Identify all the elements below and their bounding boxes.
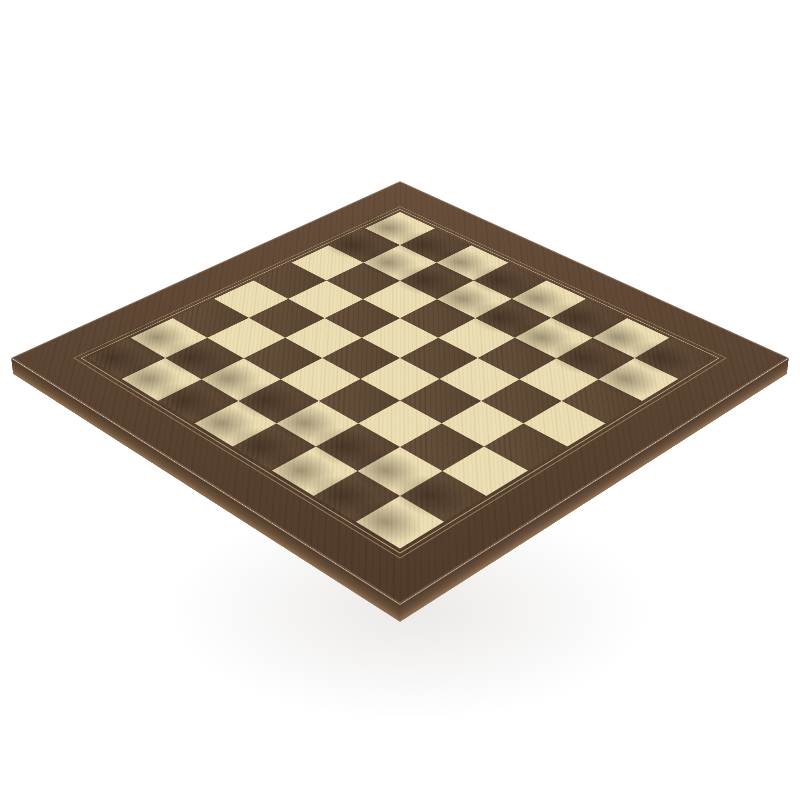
chess-board: ♜♞♝♛♚♝♞♜♟♟♟♟♟♟♟♟♟♟♟♟♟♟♟♟♜♞♝♛♚♝♞♜ bbox=[11, 181, 789, 604]
chess-set-photo: ♜♞♝♛♚♝♞♜♟♟♟♟♟♟♟♟♟♟♟♟♟♟♟♟♜♞♝♛♚♝♞♜ bbox=[0, 0, 800, 800]
